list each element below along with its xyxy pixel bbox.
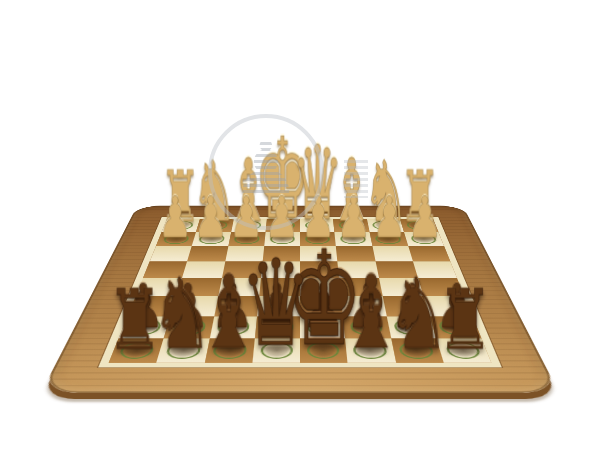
square-g2: ♟ — [192, 232, 231, 246]
black-knight: ♞ — [387, 270, 450, 358]
product-photo: ♜♞♝♚♛♝♞♜♟♟♟♟♟♟♟♟♟♟♟♟♟♟♟♟♜♞♝♛♚♝♞♜ ♟ — [0, 0, 600, 450]
white-pawn: ♟ — [193, 192, 227, 243]
square-e8: ♛ — [252, 338, 300, 362]
white-pawn: ♟ — [158, 192, 192, 243]
board-grid: ♜♞♝♚♛♝♞♜♟♟♟♟♟♟♟♟♟♟♟♟♟♟♟♟♜♞♝♛♚♝♞♜ — [98, 217, 502, 368]
black-queen: ♛ — [241, 251, 312, 358]
board-frame: ♜♞♝♚♛♝♞♜♟♟♟♟♟♟♟♟♟♟♟♟♟♟♟♟♜♞♝♛♚♝♞♜ — [41, 206, 559, 393]
white-pawn: ♟ — [408, 192, 442, 243]
chess-board: ♜♞♝♚♛♝♞♜♟♟♟♟♟♟♟♟♟♟♟♟♟♟♟♟♜♞♝♛♚♝♞♜ — [100, 78, 500, 450]
square-b2: ♟ — [369, 232, 408, 246]
square-h2: ♟ — [156, 232, 196, 246]
square-a2: ♟ — [404, 232, 444, 246]
white-pawn: ♟ — [372, 192, 406, 243]
square-b8: ♞ — [391, 338, 444, 362]
